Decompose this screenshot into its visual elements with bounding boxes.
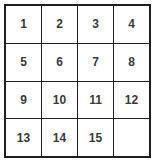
tile-13[interactable]: 13 <box>6 119 41 156</box>
tile-11[interactable]: 11 <box>78 82 113 119</box>
tile-9[interactable]: 9 <box>6 82 41 119</box>
tile-4[interactable]: 4 <box>114 6 149 43</box>
tile-7[interactable]: 7 <box>78 44 113 81</box>
puzzle-board: 123456789101112131415 <box>4 4 151 158</box>
tile-5[interactable]: 5 <box>6 44 41 81</box>
tile-1[interactable]: 1 <box>6 6 41 43</box>
tile-10[interactable]: 10 <box>42 82 77 119</box>
tile-14[interactable]: 14 <box>42 119 77 156</box>
tile-3[interactable]: 3 <box>78 6 113 43</box>
tile-8[interactable]: 8 <box>114 44 149 81</box>
tile-12[interactable]: 12 <box>114 82 149 119</box>
tile-15[interactable]: 15 <box>78 119 113 156</box>
tile-6[interactable]: 6 <box>42 44 77 81</box>
empty-cell <box>114 119 149 156</box>
tile-2[interactable]: 2 <box>42 6 77 43</box>
